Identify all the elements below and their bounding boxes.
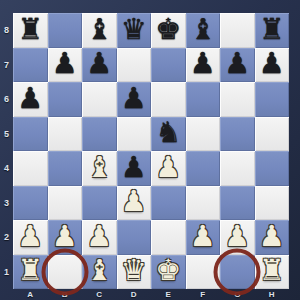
black-pawn-c7[interactable]: ♟ — [86, 49, 112, 78]
square-c6[interactable] — [82, 82, 117, 117]
square-e5[interactable]: ♞ — [151, 117, 186, 152]
square-g5[interactable] — [220, 117, 255, 152]
square-d3[interactable]: ♟ — [117, 186, 152, 221]
white-bishop-c1[interactable]: ♝ — [86, 256, 112, 285]
square-h8[interactable]: ♜ — [255, 13, 290, 48]
square-c1[interactable]: ♝ — [82, 255, 117, 290]
square-e8[interactable]: ♚ — [151, 13, 186, 48]
black-queen-d8[interactable]: ♛ — [121, 15, 147, 44]
square-f2[interactable]: ♟ — [186, 220, 221, 255]
square-f3[interactable] — [186, 186, 221, 221]
file-label-d: D — [117, 288, 152, 300]
square-f6[interactable] — [186, 82, 221, 117]
white-pawn-c2[interactable]: ♟ — [86, 222, 112, 251]
square-f8[interactable]: ♝ — [186, 13, 221, 48]
white-pawn-a2[interactable]: ♟ — [17, 222, 43, 251]
square-g4[interactable] — [220, 151, 255, 186]
square-d7[interactable] — [117, 48, 152, 83]
square-b5[interactable] — [48, 117, 83, 152]
square-b6[interactable] — [48, 82, 83, 117]
chess-board-frame: ♜♝♛♚♝♜♟♟♟♟♟♟♟♞♝♟♟♟♟♟♟♟♟♟♜♝♛♚♜ 87654321 A… — [0, 0, 300, 300]
square-a5[interactable] — [13, 117, 48, 152]
square-c8[interactable]: ♝ — [82, 13, 117, 48]
white-pawn-e4[interactable]: ♟ — [155, 153, 181, 182]
black-pawn-g7[interactable]: ♟ — [224, 49, 250, 78]
white-queen-d1[interactable]: ♛ — [121, 256, 147, 285]
square-h2[interactable]: ♟ — [255, 220, 290, 255]
square-a7[interactable] — [13, 48, 48, 83]
white-rook-a1[interactable]: ♜ — [17, 256, 43, 285]
square-a3[interactable] — [13, 186, 48, 221]
file-label-a: A — [13, 288, 48, 300]
square-h1[interactable]: ♜ — [255, 255, 290, 290]
square-f5[interactable] — [186, 117, 221, 152]
black-pawn-d6[interactable]: ♟ — [121, 84, 147, 113]
square-a2[interactable]: ♟ — [13, 220, 48, 255]
white-pawn-d3[interactable]: ♟ — [121, 187, 147, 216]
square-e4[interactable]: ♟ — [151, 151, 186, 186]
square-h3[interactable] — [255, 186, 290, 221]
square-g3[interactable] — [220, 186, 255, 221]
rank-label-7: 7 — [0, 48, 13, 83]
rank-label-2: 2 — [0, 220, 13, 255]
square-c7[interactable]: ♟ — [82, 48, 117, 83]
rank-label-6: 6 — [0, 82, 13, 117]
black-pawn-f7[interactable]: ♟ — [190, 49, 216, 78]
square-d8[interactable]: ♛ — [117, 13, 152, 48]
black-bishop-f8[interactable]: ♝ — [190, 15, 216, 44]
white-pawn-h2[interactable]: ♟ — [259, 222, 285, 251]
square-e6[interactable] — [151, 82, 186, 117]
square-a8[interactable]: ♜ — [13, 13, 48, 48]
black-pawn-b7[interactable]: ♟ — [52, 49, 78, 78]
square-c4[interactable]: ♝ — [82, 151, 117, 186]
square-h7[interactable]: ♟ — [255, 48, 290, 83]
white-pawn-f2[interactable]: ♟ — [190, 222, 216, 251]
square-g2[interactable]: ♟ — [220, 220, 255, 255]
square-d6[interactable]: ♟ — [117, 82, 152, 117]
rank-label-8: 8 — [0, 13, 13, 48]
square-f1[interactable] — [186, 255, 221, 290]
square-b3[interactable] — [48, 186, 83, 221]
square-g8[interactable] — [220, 13, 255, 48]
white-bishop-c4[interactable]: ♝ — [86, 153, 112, 182]
white-king-e1[interactable]: ♚ — [155, 256, 181, 285]
square-e7[interactable] — [151, 48, 186, 83]
file-label-f: F — [186, 288, 221, 300]
file-label-e: E — [151, 288, 186, 300]
black-pawn-a6[interactable]: ♟ — [17, 84, 43, 113]
file-label-c: C — [82, 288, 117, 300]
file-label-h: H — [255, 288, 290, 300]
square-d4[interactable]: ♟ — [117, 151, 152, 186]
square-a4[interactable] — [13, 151, 48, 186]
square-b4[interactable] — [48, 151, 83, 186]
file-label-b: B — [48, 288, 83, 300]
square-c2[interactable]: ♟ — [82, 220, 117, 255]
rank-label-1: 1 — [0, 255, 13, 290]
black-pawn-h7[interactable]: ♟ — [259, 49, 285, 78]
square-b1[interactable] — [48, 255, 83, 290]
square-a1[interactable]: ♜ — [13, 255, 48, 290]
square-b8[interactable] — [48, 13, 83, 48]
rank-label-4: 4 — [0, 151, 13, 186]
square-g1[interactable] — [220, 255, 255, 290]
rank-label-3: 3 — [0, 186, 13, 221]
square-d5[interactable] — [117, 117, 152, 152]
chess-board: ♜♝♛♚♝♜♟♟♟♟♟♟♟♞♝♟♟♟♟♟♟♟♟♟♜♝♛♚♜ — [13, 13, 289, 289]
square-c3[interactable] — [82, 186, 117, 221]
square-f7[interactable]: ♟ — [186, 48, 221, 83]
square-g6[interactable] — [220, 82, 255, 117]
white-pawn-b2[interactable]: ♟ — [52, 222, 78, 251]
square-d1[interactable]: ♛ — [117, 255, 152, 290]
black-bishop-c8[interactable]: ♝ — [86, 15, 112, 44]
white-pawn-g2[interactable]: ♟ — [224, 222, 250, 251]
square-g7[interactable]: ♟ — [220, 48, 255, 83]
square-h6[interactable] — [255, 82, 290, 117]
black-knight-e5[interactable]: ♞ — [155, 118, 181, 147]
square-e3[interactable] — [151, 186, 186, 221]
file-label-g: G — [220, 288, 255, 300]
square-a6[interactable]: ♟ — [13, 82, 48, 117]
square-b2[interactable]: ♟ — [48, 220, 83, 255]
black-pawn-d4[interactable]: ♟ — [121, 153, 147, 182]
square-e2[interactable] — [151, 220, 186, 255]
rank-label-5: 5 — [0, 117, 13, 152]
black-rook-h8[interactable]: ♜ — [259, 15, 285, 44]
square-b7[interactable]: ♟ — [48, 48, 83, 83]
square-c5[interactable] — [82, 117, 117, 152]
square-d2[interactable] — [117, 220, 152, 255]
square-e1[interactable]: ♚ — [151, 255, 186, 290]
black-rook-a8[interactable]: ♜ — [17, 15, 43, 44]
square-h5[interactable] — [255, 117, 290, 152]
square-h4[interactable] — [255, 151, 290, 186]
square-f4[interactable] — [186, 151, 221, 186]
white-rook-h1[interactable]: ♜ — [259, 256, 285, 285]
black-king-e8[interactable]: ♚ — [155, 15, 181, 44]
